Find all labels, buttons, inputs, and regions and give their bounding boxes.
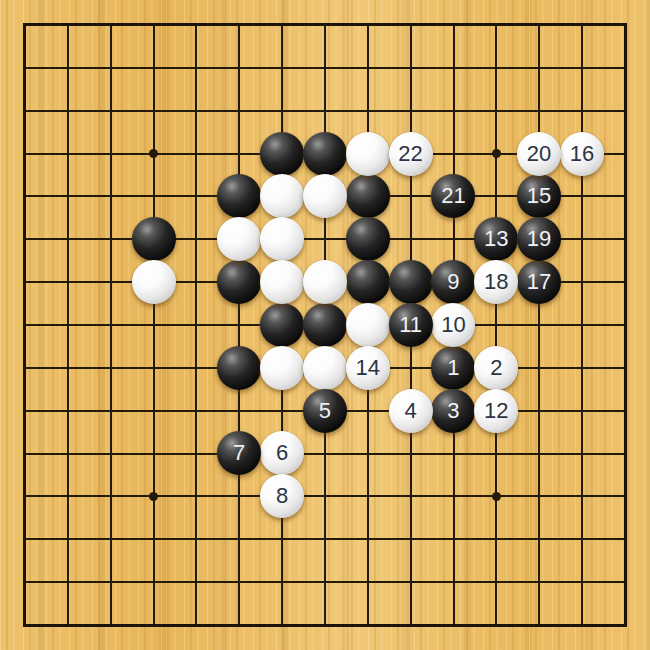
white-stone [260,217,304,261]
black-stone [260,303,304,347]
move-number-label: 9 [447,271,459,293]
black-stone [346,217,390,261]
white-stone [217,217,261,261]
go-board[interactable]: 12345678910111213141516171819202122 [4,4,647,647]
black-stone [389,260,433,304]
black-stone-move-15: 15 [517,174,561,218]
white-stone [346,132,390,176]
black-stone-move-17: 17 [517,260,561,304]
black-stone-move-19: 19 [517,217,561,261]
move-number-label: 18 [484,271,508,293]
white-stone [346,303,390,347]
move-number-label: 5 [319,400,331,422]
white-stone-move-2: 2 [474,346,518,390]
white-stone-move-18: 18 [474,260,518,304]
white-stone-move-6: 6 [260,431,304,475]
white-stone [260,260,304,304]
move-number-label: 7 [233,442,245,464]
black-stone [217,346,261,390]
black-stone [303,303,347,347]
move-number-label: 17 [527,271,551,293]
white-stone [303,174,347,218]
go-board-app: 12345678910111213141516171819202122 [0,0,650,650]
white-stone [303,260,347,304]
black-stone-move-1: 1 [431,346,475,390]
black-stone [346,260,390,304]
black-stone [346,174,390,218]
move-number-label: 6 [276,442,288,464]
white-stone-move-22: 22 [389,132,433,176]
white-stone [260,346,304,390]
move-number-label: 11 [399,314,422,336]
move-number-label: 15 [527,185,551,207]
move-number-label: 10 [441,314,465,336]
black-stone-move-21: 21 [431,174,475,218]
move-number-label: 21 [441,185,465,207]
black-stone-move-9: 9 [431,260,475,304]
white-stone-move-20: 20 [517,132,561,176]
move-number-label: 3 [447,400,459,422]
black-stone-move-3: 3 [431,389,475,433]
move-number-label: 16 [570,143,594,165]
move-number-label: 8 [276,485,288,507]
white-stone [303,346,347,390]
black-stone-move-13: 13 [474,217,518,261]
white-stone-move-4: 4 [389,389,433,433]
black-stone [217,174,261,218]
black-stone-move-5: 5 [303,389,347,433]
black-stone-move-7: 7 [217,431,261,475]
move-number-label: 22 [398,143,422,165]
move-number-label: 2 [490,357,502,379]
white-stone-move-8: 8 [260,474,304,518]
move-number-label: 12 [484,400,508,422]
move-number-label: 20 [527,143,551,165]
black-stone [303,132,347,176]
move-number-label: 4 [404,400,416,422]
move-number-label: 13 [484,228,508,250]
black-stone [217,260,261,304]
black-stone [260,132,304,176]
move-number-label: 19 [527,228,551,250]
white-stone [132,260,176,304]
white-stone [260,174,304,218]
black-stone-move-11: 11 [389,303,433,347]
black-stone [132,217,176,261]
white-stone-move-12: 12 [474,389,518,433]
white-stone-move-10: 10 [431,303,475,347]
white-stone-move-14: 14 [346,346,390,390]
move-number-label: 14 [355,357,379,379]
white-stone-move-16: 16 [560,132,604,176]
move-number-label: 1 [447,357,459,379]
